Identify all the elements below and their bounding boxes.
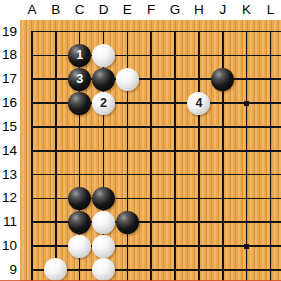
intersection-J16[interactable] [211, 91, 235, 115]
white-stone-D9 [92, 258, 115, 281]
move-number-3: 3 [76, 73, 83, 86]
intersection-F11[interactable] [139, 210, 163, 234]
white-stone-D16: 2 [92, 92, 115, 115]
intersection-K19[interactable] [235, 20, 259, 44]
row-label-12: 12 [0, 186, 20, 210]
col-label-C: C [68, 0, 92, 20]
intersection-B12[interactable] [44, 186, 68, 210]
intersection-G16[interactable] [163, 91, 187, 115]
intersection-K18[interactable] [235, 43, 259, 67]
intersection-K11[interactable] [235, 210, 259, 234]
intersection-H19[interactable] [187, 20, 211, 44]
row-label-16: 16 [0, 91, 20, 115]
intersection-L11[interactable] [259, 210, 281, 234]
intersection-L17[interactable] [259, 67, 281, 91]
intersection-H13[interactable] [187, 163, 211, 187]
intersection-E10[interactable] [115, 234, 139, 258]
row-label-17: 17 [0, 67, 20, 91]
white-stone-D11 [92, 211, 115, 234]
intersection-G18[interactable] [163, 43, 187, 67]
intersection-H18[interactable] [187, 43, 211, 67]
col-labels: ABCDEFGHJKL [20, 0, 281, 20]
intersection-H16[interactable]: 4 [187, 91, 211, 115]
col-label-H: H [187, 0, 211, 20]
intersection-D18[interactable] [92, 43, 116, 67]
intersection-A18[interactable] [20, 43, 44, 67]
intersection-A15[interactable] [20, 115, 44, 139]
intersection-K10[interactable] [235, 234, 259, 258]
intersection-C14[interactable] [68, 139, 92, 163]
intersection-J19[interactable] [211, 20, 235, 44]
intersection-C15[interactable] [68, 115, 92, 139]
star-point-K10 [244, 244, 249, 249]
intersection-H10[interactable] [187, 234, 211, 258]
intersection-H12[interactable] [187, 186, 211, 210]
intersection-E11[interactable] [115, 210, 139, 234]
row-label-14: 14 [0, 139, 20, 163]
intersection-K16[interactable] [235, 91, 259, 115]
board-grid: 1324 [20, 20, 281, 281]
intersection-E16[interactable] [115, 91, 139, 115]
white-stone-H16: 4 [187, 92, 210, 115]
white-stone-D18 [92, 44, 115, 67]
intersection-F17[interactable] [139, 67, 163, 91]
intersection-F16[interactable] [139, 91, 163, 115]
intersection-J17[interactable] [211, 67, 235, 91]
intersection-D15[interactable] [92, 115, 116, 139]
col-label-F: F [139, 0, 163, 20]
intersection-D19[interactable] [92, 20, 116, 44]
intersection-L12[interactable] [259, 186, 281, 210]
row-label-13: 13 [0, 163, 20, 187]
intersection-A13[interactable] [20, 163, 44, 187]
intersection-A9[interactable] [20, 258, 44, 281]
row-label-18: 18 [0, 43, 20, 67]
row-label-15: 15 [0, 115, 20, 139]
intersection-G14[interactable] [163, 139, 187, 163]
intersection-G9[interactable] [163, 258, 187, 281]
intersection-C11[interactable] [68, 210, 92, 234]
intersection-J18[interactable] [211, 43, 235, 67]
intersection-F19[interactable] [139, 20, 163, 44]
intersection-B16[interactable] [44, 91, 68, 115]
intersection-A17[interactable] [20, 67, 44, 91]
black-stone-J17 [211, 68, 234, 91]
intersection-G12[interactable] [163, 186, 187, 210]
intersection-G11[interactable] [163, 210, 187, 234]
intersection-G19[interactable] [163, 20, 187, 44]
intersection-D16[interactable]: 2 [92, 91, 116, 115]
intersection-F18[interactable] [139, 43, 163, 67]
white-stone-C10 [68, 235, 91, 258]
intersection-J9[interactable] [211, 258, 235, 281]
intersection-G17[interactable] [163, 67, 187, 91]
intersection-H9[interactable] [187, 258, 211, 281]
black-stone-C11 [68, 211, 91, 234]
intersection-B11[interactable] [44, 210, 68, 234]
col-label-J: J [211, 0, 235, 20]
intersection-B14[interactable] [44, 139, 68, 163]
intersection-L14[interactable] [259, 139, 281, 163]
intersection-K9[interactable] [235, 258, 259, 281]
intersection-B19[interactable] [44, 20, 68, 44]
intersection-F14[interactable] [139, 139, 163, 163]
intersection-F15[interactable] [139, 115, 163, 139]
intersection-G10[interactable] [163, 234, 187, 258]
intersection-L16[interactable] [259, 91, 281, 115]
intersection-D17[interactable] [92, 67, 116, 91]
intersection-A11[interactable] [20, 210, 44, 234]
white-stone-E17 [116, 68, 139, 91]
intersection-F10[interactable] [139, 234, 163, 258]
col-label-A: A [20, 0, 44, 20]
row-label-10: 10 [0, 234, 20, 258]
intersection-K12[interactable] [235, 186, 259, 210]
intersection-G15[interactable] [163, 115, 187, 139]
intersection-C17[interactable]: 3 [68, 67, 92, 91]
intersection-D13[interactable] [92, 163, 116, 187]
col-label-B: B [44, 0, 68, 20]
intersection-A14[interactable] [20, 139, 44, 163]
intersection-H15[interactable] [187, 115, 211, 139]
intersection-B17[interactable] [44, 67, 68, 91]
intersection-L10[interactable] [259, 234, 281, 258]
intersection-E18[interactable] [115, 43, 139, 67]
black-stone-D17 [92, 68, 115, 91]
black-stone-C16 [68, 92, 91, 115]
intersection-E14[interactable] [115, 139, 139, 163]
intersection-E9[interactable] [115, 258, 139, 281]
intersection-C19[interactable] [68, 20, 92, 44]
intersection-J12[interactable] [211, 186, 235, 210]
intersection-B15[interactable] [44, 115, 68, 139]
intersection-J10[interactable] [211, 234, 235, 258]
intersection-A19[interactable] [20, 20, 44, 44]
intersection-H17[interactable] [187, 67, 211, 91]
intersection-D12[interactable] [92, 186, 116, 210]
intersection-E17[interactable] [115, 67, 139, 91]
move-number-2: 2 [100, 97, 107, 110]
intersection-K15[interactable] [235, 115, 259, 139]
intersection-B13[interactable] [44, 163, 68, 187]
intersection-L15[interactable] [259, 115, 281, 139]
intersection-E13[interactable] [115, 163, 139, 187]
intersection-J14[interactable] [211, 139, 235, 163]
intersection-D14[interactable] [92, 139, 116, 163]
intersection-A16[interactable] [20, 91, 44, 115]
intersection-B18[interactable] [44, 43, 68, 67]
intersection-L13[interactable] [259, 163, 281, 187]
move-number-4: 4 [195, 97, 202, 110]
intersection-K17[interactable] [235, 67, 259, 91]
black-stone-C12 [68, 187, 91, 210]
intersection-E15[interactable] [115, 115, 139, 139]
intersection-F9[interactable] [139, 258, 163, 281]
go-board-view: ABCDEFGHJKL 191817161514131211109 1324 [0, 0, 281, 281]
intersection-C13[interactable] [68, 163, 92, 187]
black-stone-C18: 1 [68, 44, 91, 67]
col-label-K: K [235, 0, 259, 20]
intersection-B10[interactable] [44, 234, 68, 258]
row-labels: 191817161514131211109 [0, 20, 20, 281]
intersection-F13[interactable] [139, 163, 163, 187]
black-stone-E11 [116, 211, 139, 234]
intersection-C16[interactable] [68, 91, 92, 115]
intersection-B9[interactable] [44, 258, 68, 281]
intersection-J11[interactable] [211, 210, 235, 234]
white-stone-D10 [92, 235, 115, 258]
intersection-C18[interactable]: 1 [68, 43, 92, 67]
intersection-D9[interactable] [92, 258, 116, 281]
black-stone-D12 [92, 187, 115, 210]
intersection-H11[interactable] [187, 210, 211, 234]
intersection-A12[interactable] [20, 186, 44, 210]
row-label-19: 19 [0, 20, 20, 44]
move-number-1: 1 [76, 49, 83, 62]
intersection-C10[interactable] [68, 234, 92, 258]
col-label-E: E [115, 0, 139, 20]
col-label-D: D [92, 0, 116, 20]
intersection-J13[interactable] [211, 163, 235, 187]
intersection-E12[interactable] [115, 186, 139, 210]
intersection-F12[interactable] [139, 186, 163, 210]
intersection-D10[interactable] [92, 234, 116, 258]
intersection-L19[interactable] [259, 20, 281, 44]
intersection-K14[interactable] [235, 139, 259, 163]
white-stone-B9 [44, 258, 67, 281]
intersection-D11[interactable] [92, 210, 116, 234]
intersection-E19[interactable] [115, 20, 139, 44]
row-label-9: 9 [0, 258, 20, 281]
col-label-G: G [163, 0, 187, 20]
intersection-A10[interactable] [20, 234, 44, 258]
row-label-11: 11 [0, 210, 20, 234]
intersection-H14[interactable] [187, 139, 211, 163]
star-point-K16 [244, 101, 249, 106]
intersection-G13[interactable] [163, 163, 187, 187]
col-label-L: L [259, 0, 281, 20]
intersection-L18[interactable] [259, 43, 281, 67]
intersection-C9[interactable] [68, 258, 92, 281]
intersection-K13[interactable] [235, 163, 259, 187]
black-stone-C17: 3 [68, 68, 91, 91]
intersection-C12[interactable] [68, 186, 92, 210]
intersection-L9[interactable] [259, 258, 281, 281]
intersection-J15[interactable] [211, 115, 235, 139]
